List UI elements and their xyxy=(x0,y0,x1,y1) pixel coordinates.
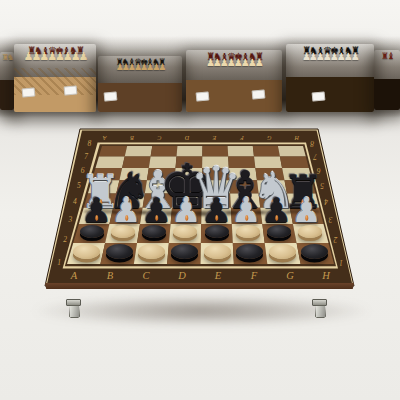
checker-wood-a1 xyxy=(73,244,100,259)
checker-wood-d2 xyxy=(173,225,197,238)
checker-wood-b2 xyxy=(111,225,135,238)
checker-black-c2 xyxy=(142,225,166,238)
piece-black-pawn-e3: ♟ xyxy=(201,193,231,227)
checker-wood-h2 xyxy=(298,225,322,238)
checker-black-g2 xyxy=(267,225,291,238)
checker-black-f1 xyxy=(236,244,263,259)
checker-black-h1 xyxy=(301,244,328,259)
checker-wood-e1 xyxy=(204,244,231,259)
piece-black-pawn-g3: ♟ xyxy=(261,193,291,227)
checker-wood-g1 xyxy=(269,244,296,259)
checker-black-d1 xyxy=(171,244,198,259)
piece-silver-pawn-h3: ♟ xyxy=(291,193,321,227)
checker-wood-f2 xyxy=(236,225,260,238)
checker-wood-c1 xyxy=(138,244,165,259)
pieces-layer: ♜♞♝♚♛♝♞♜♟♟♟♟♟♟♟♟ xyxy=(0,0,400,400)
checker-black-a2 xyxy=(80,225,104,238)
piece-silver-pawn-b3: ♟ xyxy=(111,193,141,227)
product-photo-chess-checkers-set: ♜♞♜♞♝♛♚♝♞♜♟♟♟♟♟♟♟♟♜♞♝♛♚♝♞♜♟♟♟♟♟♟♟♟♜♞♝♛♚♝… xyxy=(0,0,400,400)
checker-black-b1 xyxy=(106,244,133,259)
piece-silver-pawn-f3: ♟ xyxy=(231,193,261,227)
piece-silver-pawn-d3: ♟ xyxy=(171,193,201,227)
piece-black-pawn-a3: ♟ xyxy=(81,193,111,227)
checker-black-e2 xyxy=(205,225,229,238)
piece-black-pawn-c3: ♟ xyxy=(141,193,171,227)
